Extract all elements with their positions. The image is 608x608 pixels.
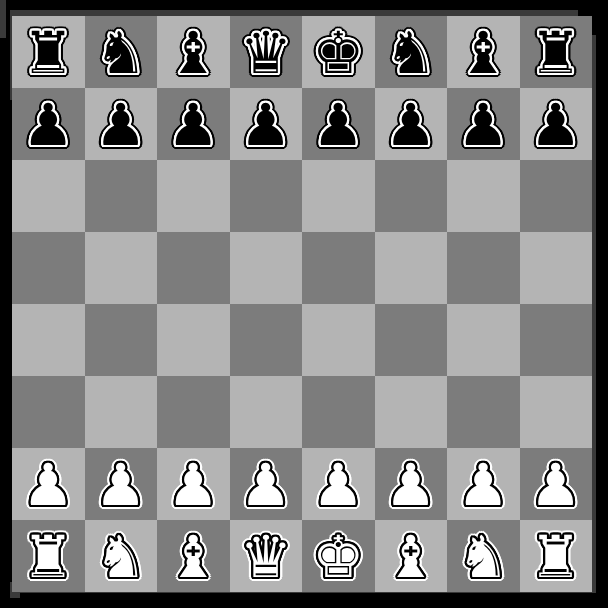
white-pawn[interactable]: ♟ bbox=[95, 456, 147, 514]
square-c2[interactable]: ♟ bbox=[157, 448, 230, 520]
black-pawn[interactable]: ♟ bbox=[385, 96, 437, 154]
black-rook[interactable]: ♜ bbox=[530, 24, 582, 82]
square-f3[interactable] bbox=[375, 376, 448, 448]
square-a2[interactable]: ♟ bbox=[12, 448, 85, 520]
black-pawn[interactable]: ♟ bbox=[22, 96, 74, 154]
square-d7[interactable]: ♟ bbox=[230, 88, 303, 160]
square-g8[interactable]: ♝ bbox=[447, 16, 520, 88]
black-bishop[interactable]: ♝ bbox=[167, 24, 219, 82]
square-b2[interactable]: ♟ bbox=[85, 448, 158, 520]
square-b4[interactable] bbox=[85, 304, 158, 376]
square-c7[interactable]: ♟ bbox=[157, 88, 230, 160]
white-pawn[interactable]: ♟ bbox=[240, 456, 292, 514]
square-f5[interactable] bbox=[375, 232, 448, 304]
square-f6[interactable] bbox=[375, 160, 448, 232]
square-c6[interactable] bbox=[157, 160, 230, 232]
square-c5[interactable] bbox=[157, 232, 230, 304]
square-g5[interactable] bbox=[447, 232, 520, 304]
square-f1[interactable]: ♝ bbox=[375, 520, 448, 592]
square-d6[interactable] bbox=[230, 160, 303, 232]
black-pawn[interactable]: ♟ bbox=[95, 96, 147, 154]
frame-step-bottom-right-accent bbox=[0, 8, 6, 38]
black-knight[interactable]: ♞ bbox=[95, 24, 147, 82]
square-d3[interactable] bbox=[230, 376, 303, 448]
black-queen[interactable]: ♛ bbox=[240, 24, 292, 82]
square-d4[interactable] bbox=[230, 304, 303, 376]
square-h4[interactable] bbox=[520, 304, 593, 376]
square-b7[interactable]: ♟ bbox=[85, 88, 158, 160]
square-d8[interactable]: ♛ bbox=[230, 16, 303, 88]
square-c8[interactable]: ♝ bbox=[157, 16, 230, 88]
square-e6[interactable] bbox=[302, 160, 375, 232]
square-c4[interactable] bbox=[157, 304, 230, 376]
square-h2[interactable]: ♟ bbox=[520, 448, 593, 520]
square-h3[interactable] bbox=[520, 376, 593, 448]
black-knight[interactable]: ♞ bbox=[385, 24, 437, 82]
square-a3[interactable] bbox=[12, 376, 85, 448]
white-pawn[interactable]: ♟ bbox=[312, 456, 364, 514]
square-e1[interactable]: ♚ bbox=[302, 520, 375, 592]
square-e8[interactable]: ♚ bbox=[302, 16, 375, 88]
white-pawn[interactable]: ♟ bbox=[457, 456, 509, 514]
square-g7[interactable]: ♟ bbox=[447, 88, 520, 160]
square-b3[interactable] bbox=[85, 376, 158, 448]
square-h6[interactable] bbox=[520, 160, 593, 232]
white-rook[interactable]: ♜ bbox=[530, 528, 582, 586]
white-bishop[interactable]: ♝ bbox=[385, 528, 437, 586]
square-g4[interactable] bbox=[447, 304, 520, 376]
black-pawn[interactable]: ♟ bbox=[457, 96, 509, 154]
square-f8[interactable]: ♞ bbox=[375, 16, 448, 88]
white-pawn[interactable]: ♟ bbox=[530, 456, 582, 514]
white-knight[interactable]: ♞ bbox=[95, 528, 147, 586]
square-e3[interactable] bbox=[302, 376, 375, 448]
square-d1[interactable]: ♛ bbox=[230, 520, 303, 592]
frame-step-top-right-accent bbox=[0, 0, 6, 8]
chess-board[interactable]: ♜♞♝♛♚♞♝♜♟♟♟♟♟♟♟♟♟♟♟♟♟♟♟♟♜♞♝♛♚♝♞♜ bbox=[12, 16, 592, 592]
square-b1[interactable]: ♞ bbox=[85, 520, 158, 592]
square-e5[interactable] bbox=[302, 232, 375, 304]
black-pawn[interactable]: ♟ bbox=[312, 96, 364, 154]
square-h1[interactable]: ♜ bbox=[520, 520, 593, 592]
square-a6[interactable] bbox=[12, 160, 85, 232]
black-pawn[interactable]: ♟ bbox=[167, 96, 219, 154]
black-pawn[interactable]: ♟ bbox=[530, 96, 582, 154]
square-h7[interactable]: ♟ bbox=[520, 88, 593, 160]
black-king[interactable]: ♚ bbox=[312, 24, 364, 82]
square-d2[interactable]: ♟ bbox=[230, 448, 303, 520]
black-bishop[interactable]: ♝ bbox=[457, 24, 509, 82]
white-pawn[interactable]: ♟ bbox=[22, 456, 74, 514]
square-f4[interactable] bbox=[375, 304, 448, 376]
square-d5[interactable] bbox=[230, 232, 303, 304]
square-h8[interactable]: ♜ bbox=[520, 16, 593, 88]
white-pawn[interactable]: ♟ bbox=[167, 456, 219, 514]
frame-bevel-right bbox=[592, 16, 596, 592]
square-a1[interactable]: ♜ bbox=[12, 520, 85, 592]
square-b8[interactable]: ♞ bbox=[85, 16, 158, 88]
square-a7[interactable]: ♟ bbox=[12, 88, 85, 160]
square-g6[interactable] bbox=[447, 160, 520, 232]
white-bishop[interactable]: ♝ bbox=[167, 528, 219, 586]
square-e7[interactable]: ♟ bbox=[302, 88, 375, 160]
square-e4[interactable] bbox=[302, 304, 375, 376]
square-c1[interactable]: ♝ bbox=[157, 520, 230, 592]
square-b5[interactable] bbox=[85, 232, 158, 304]
square-f7[interactable]: ♟ bbox=[375, 88, 448, 160]
black-rook[interactable]: ♜ bbox=[22, 24, 74, 82]
square-g1[interactable]: ♞ bbox=[447, 520, 520, 592]
square-a8[interactable]: ♜ bbox=[12, 16, 85, 88]
square-e2[interactable]: ♟ bbox=[302, 448, 375, 520]
chess-game-window: ♜♞♝♛♚♞♝♜♟♟♟♟♟♟♟♟♟♟♟♟♟♟♟♟♜♞♝♛♚♝♞♜ bbox=[0, 0, 608, 608]
square-c3[interactable] bbox=[157, 376, 230, 448]
square-f2[interactable]: ♟ bbox=[375, 448, 448, 520]
white-pawn[interactable]: ♟ bbox=[385, 456, 437, 514]
square-g3[interactable] bbox=[447, 376, 520, 448]
white-king[interactable]: ♚ bbox=[312, 528, 364, 586]
white-rook[interactable]: ♜ bbox=[22, 528, 74, 586]
square-h5[interactable] bbox=[520, 232, 593, 304]
square-g2[interactable]: ♟ bbox=[447, 448, 520, 520]
square-a5[interactable] bbox=[12, 232, 85, 304]
square-a4[interactable] bbox=[12, 304, 85, 376]
square-b6[interactable] bbox=[85, 160, 158, 232]
black-pawn[interactable]: ♟ bbox=[240, 96, 292, 154]
white-knight[interactable]: ♞ bbox=[457, 528, 509, 586]
white-queen[interactable]: ♛ bbox=[240, 528, 292, 586]
